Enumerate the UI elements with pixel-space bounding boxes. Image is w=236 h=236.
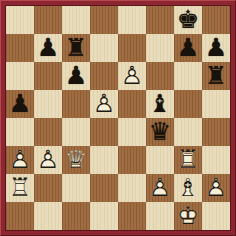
square-g2[interactable]: ♝♗ — [174, 174, 202, 202]
black-queen-piece: ♛ — [146, 118, 174, 146]
square-e2[interactable] — [118, 174, 146, 202]
square-d7[interactable] — [90, 34, 118, 62]
square-g6[interactable] — [174, 62, 202, 90]
square-e5[interactable] — [118, 90, 146, 118]
black-king-piece: ♚ — [174, 6, 202, 34]
square-d2[interactable] — [90, 174, 118, 202]
square-h6[interactable]: ♜ — [202, 62, 230, 90]
square-h1[interactable] — [202, 202, 230, 230]
square-c6[interactable]: ♟ — [62, 62, 90, 90]
white-pawn-piece: ♟♙ — [118, 62, 146, 90]
square-e8[interactable] — [118, 6, 146, 34]
black-pawn-piece: ♟ — [202, 34, 230, 62]
square-a7[interactable] — [6, 34, 34, 62]
black-rook-piece: ♜ — [62, 34, 90, 62]
square-d6[interactable] — [90, 62, 118, 90]
black-rook-piece: ♜ — [202, 62, 230, 90]
square-d4[interactable] — [90, 118, 118, 146]
square-e7[interactable] — [118, 34, 146, 62]
square-g3[interactable]: ♜♖ — [174, 146, 202, 174]
square-h8[interactable] — [202, 6, 230, 34]
square-c2[interactable] — [62, 174, 90, 202]
square-c5[interactable] — [62, 90, 90, 118]
square-e3[interactable] — [118, 146, 146, 174]
square-f4[interactable]: ♛ — [146, 118, 174, 146]
square-b6[interactable] — [34, 62, 62, 90]
square-c1[interactable] — [62, 202, 90, 230]
square-d3[interactable] — [90, 146, 118, 174]
square-b4[interactable] — [34, 118, 62, 146]
black-bishop-piece: ♝ — [146, 90, 174, 118]
square-f7[interactable] — [146, 34, 174, 62]
square-g1[interactable]: ♚♔ — [174, 202, 202, 230]
square-h5[interactable] — [202, 90, 230, 118]
white-bishop-piece: ♝♗ — [174, 174, 202, 202]
black-pawn-piece: ♟ — [34, 34, 62, 62]
square-e4[interactable] — [118, 118, 146, 146]
white-pawn-piece: ♟♙ — [146, 174, 174, 202]
board-frame: ♚♟♜♟♟♟♟♙♜♟♟♙♝♛♟♙♟♙♛♕♜♖♜♖♟♙♝♗♟♙♚♔ — [0, 0, 236, 236]
square-h7[interactable]: ♟ — [202, 34, 230, 62]
black-pawn-piece: ♟ — [62, 62, 90, 90]
white-pawn-piece: ♟♙ — [6, 146, 34, 174]
square-c4[interactable] — [62, 118, 90, 146]
square-b3[interactable]: ♟♙ — [34, 146, 62, 174]
square-f8[interactable] — [146, 6, 174, 34]
square-f3[interactable] — [146, 146, 174, 174]
square-b5[interactable] — [34, 90, 62, 118]
square-a5[interactable]: ♟ — [6, 90, 34, 118]
square-f1[interactable] — [146, 202, 174, 230]
square-a3[interactable]: ♟♙ — [6, 146, 34, 174]
white-queen-piece: ♛♕ — [62, 146, 90, 174]
square-h4[interactable] — [202, 118, 230, 146]
white-rook-piece: ♜♖ — [6, 174, 34, 202]
black-pawn-piece: ♟ — [174, 34, 202, 62]
square-d1[interactable] — [90, 202, 118, 230]
white-king-piece: ♚♔ — [174, 202, 202, 230]
square-g5[interactable] — [174, 90, 202, 118]
square-f5[interactable]: ♝ — [146, 90, 174, 118]
square-a2[interactable]: ♜♖ — [6, 174, 34, 202]
square-c3[interactable]: ♛♕ — [62, 146, 90, 174]
square-g7[interactable]: ♟ — [174, 34, 202, 62]
black-pawn-piece: ♟ — [6, 90, 34, 118]
square-b7[interactable]: ♟ — [34, 34, 62, 62]
square-f6[interactable] — [146, 62, 174, 90]
square-g8[interactable]: ♚ — [174, 6, 202, 34]
white-pawn-piece: ♟♙ — [90, 90, 118, 118]
square-a4[interactable] — [6, 118, 34, 146]
white-pawn-piece: ♟♙ — [202, 174, 230, 202]
square-e1[interactable] — [118, 202, 146, 230]
square-b2[interactable] — [34, 174, 62, 202]
square-g4[interactable] — [174, 118, 202, 146]
chess-board: ♚♟♜♟♟♟♟♙♜♟♟♙♝♛♟♙♟♙♛♕♜♖♜♖♟♙♝♗♟♙♚♔ — [5, 5, 231, 231]
square-a8[interactable] — [6, 6, 34, 34]
square-c8[interactable] — [62, 6, 90, 34]
square-b1[interactable] — [34, 202, 62, 230]
square-c7[interactable]: ♜ — [62, 34, 90, 62]
white-rook-piece: ♜♖ — [174, 146, 202, 174]
square-e6[interactable]: ♟♙ — [118, 62, 146, 90]
square-h3[interactable] — [202, 146, 230, 174]
square-a1[interactable] — [6, 202, 34, 230]
square-b8[interactable] — [34, 6, 62, 34]
square-f2[interactable]: ♟♙ — [146, 174, 174, 202]
square-a6[interactable] — [6, 62, 34, 90]
white-pawn-piece: ♟♙ — [34, 146, 62, 174]
square-d8[interactable] — [90, 6, 118, 34]
square-h2[interactable]: ♟♙ — [202, 174, 230, 202]
square-d5[interactable]: ♟♙ — [90, 90, 118, 118]
